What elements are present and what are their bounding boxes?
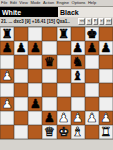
square-c3[interactable]: ♟	[28, 97, 42, 111]
square-d1[interactable]: ♛	[42, 125, 56, 139]
status-bar: 21. ... dxc3 [9] +16.41 [15] Qxa1.. << <…	[0, 17, 113, 27]
square-a7[interactable]: ♟	[0, 41, 14, 55]
square-h2[interactable]: ♟	[99, 111, 113, 125]
square-e7[interactable]	[57, 41, 71, 55]
square-b2[interactable]	[14, 111, 28, 125]
square-c5[interactable]	[28, 69, 42, 83]
white-pawn: ♟	[1, 69, 12, 83]
square-h6[interactable]	[99, 55, 113, 69]
white-queen: ♛	[44, 125, 55, 139]
square-f3[interactable]	[71, 97, 85, 111]
square-h7[interactable]: ♟	[99, 41, 113, 55]
square-f7[interactable]: ♟	[71, 41, 85, 55]
white-pawn: ♟	[72, 111, 83, 125]
square-g7[interactable]: ♟	[85, 41, 99, 55]
square-c2[interactable]	[28, 111, 42, 125]
square-e2[interactable]: ♟	[57, 111, 71, 125]
move-nav-buttons: << < P > >>	[78, 18, 112, 25]
white-king: ♚	[58, 125, 69, 139]
pause-button[interactable]: P	[93, 18, 98, 25]
black-pawn: ♟	[30, 41, 41, 55]
square-a6[interactable]	[0, 55, 14, 69]
menu-file[interactable]: File	[1, 0, 7, 6]
white-rook: ♜	[100, 125, 111, 139]
white-pawn: ♟	[58, 111, 69, 125]
square-g4[interactable]	[85, 83, 99, 97]
square-a5[interactable]: ♟	[0, 69, 14, 83]
forward-button[interactable]: >	[99, 18, 104, 25]
black-rook: ♜	[1, 27, 12, 41]
forward-to-end-button[interactable]: >>	[105, 18, 112, 25]
square-c4[interactable]	[28, 83, 42, 97]
square-c6[interactable]	[28, 55, 42, 69]
square-f4[interactable]	[71, 83, 85, 97]
black-king: ♚	[86, 27, 97, 41]
square-h3[interactable]	[99, 97, 113, 111]
square-b5[interactable]	[14, 69, 28, 83]
black-pawn: ♟	[100, 41, 111, 55]
chess-app-window: File Edit View Mode Action Engine Option…	[0, 0, 113, 150]
square-c8[interactable]	[28, 27, 42, 41]
black-knight: ♞	[72, 55, 83, 69]
square-e3[interactable]	[57, 97, 71, 111]
black-clock-label: Black	[60, 8, 79, 17]
black-pawn: ♟	[1, 41, 12, 55]
square-d6[interactable]: ♛	[42, 55, 56, 69]
menu-action[interactable]: Action	[43, 0, 54, 6]
square-d5[interactable]	[42, 69, 56, 83]
square-a8[interactable]: ♜	[0, 27, 14, 41]
engine-status-text: 21. ... dxc3 [9] +16.41 [15] Qxa1..	[1, 19, 77, 24]
chess-board: ♜♜♚♟♟♟♟♟♟♛♞♟♝♟♟♟♟♟♟♟♛♚♝♜	[0, 27, 113, 139]
black-clock[interactable]: Black	[58, 7, 113, 17]
black-pawn: ♟	[72, 41, 83, 55]
square-a1[interactable]	[0, 125, 14, 139]
square-f2[interactable]: ♟	[71, 111, 85, 125]
square-g6[interactable]	[85, 55, 99, 69]
square-g8[interactable]: ♚	[85, 27, 99, 41]
square-h5[interactable]	[99, 69, 113, 83]
square-h1[interactable]: ♜	[99, 125, 113, 139]
square-b6[interactable]	[14, 55, 28, 69]
white-clock-label: White	[2, 8, 21, 17]
square-d4[interactable]	[42, 83, 56, 97]
clock-row: White Black	[0, 7, 113, 17]
square-b8[interactable]	[14, 27, 28, 41]
black-pawn: ♟	[30, 97, 41, 111]
white-bishop: ♝	[72, 125, 83, 139]
square-a3[interactable]: ♟	[0, 97, 14, 111]
bottom-strip	[0, 139, 113, 150]
square-f6[interactable]: ♞	[71, 55, 85, 69]
black-queen: ♛	[44, 55, 55, 69]
white-pawn: ♟	[1, 97, 12, 111]
square-e4[interactable]	[57, 83, 71, 97]
square-a2[interactable]	[0, 111, 14, 125]
menu-help[interactable]: Help	[88, 0, 96, 6]
square-d7[interactable]	[42, 41, 56, 55]
square-g1[interactable]	[85, 125, 99, 139]
square-d2[interactable]: ♟	[42, 111, 56, 125]
white-clock[interactable]: White	[0, 7, 58, 17]
square-g5[interactable]	[85, 69, 99, 83]
square-g2[interactable]: ♟	[85, 111, 99, 125]
black-rook: ♜	[58, 27, 69, 41]
square-f5[interactable]: ♝	[71, 69, 85, 83]
black-pawn: ♟	[44, 111, 55, 125]
square-a4[interactable]	[0, 83, 14, 97]
square-c1[interactable]	[28, 125, 42, 139]
back-button[interactable]: <	[86, 18, 91, 25]
square-b1[interactable]	[14, 125, 28, 139]
square-b3[interactable]	[14, 97, 28, 111]
white-pawn: ♟	[100, 111, 111, 125]
black-pawn: ♟	[16, 41, 27, 55]
menu-engine[interactable]: Engine	[57, 0, 69, 6]
black-pawn: ♟	[86, 41, 97, 55]
black-bishop: ♝	[72, 69, 83, 83]
menu-view[interactable]: View	[19, 0, 28, 6]
square-d8[interactable]	[42, 27, 56, 41]
square-e8[interactable]: ♜	[57, 27, 71, 41]
rewind-to-start-button[interactable]: <<	[78, 18, 85, 25]
menu-bar: File Edit View Mode Action Engine Option…	[0, 0, 113, 7]
square-b4[interactable]	[14, 83, 28, 97]
menu-options[interactable]: Options	[72, 0, 86, 6]
white-pawn: ♟	[86, 111, 97, 125]
square-e5[interactable]	[57, 69, 71, 83]
square-g3[interactable]	[85, 97, 99, 111]
menu-mode[interactable]: Mode	[30, 0, 40, 6]
square-f1[interactable]: ♝	[71, 125, 85, 139]
menu-edit[interactable]: Edit	[10, 0, 17, 6]
square-h8[interactable]	[99, 27, 113, 41]
square-e6[interactable]	[57, 55, 71, 69]
square-e1[interactable]: ♚	[57, 125, 71, 139]
square-d3[interactable]	[42, 97, 56, 111]
square-h4[interactable]	[99, 83, 113, 97]
square-b7[interactable]: ♟	[14, 41, 28, 55]
square-f8[interactable]	[71, 27, 85, 41]
square-c7[interactable]: ♟	[28, 41, 42, 55]
